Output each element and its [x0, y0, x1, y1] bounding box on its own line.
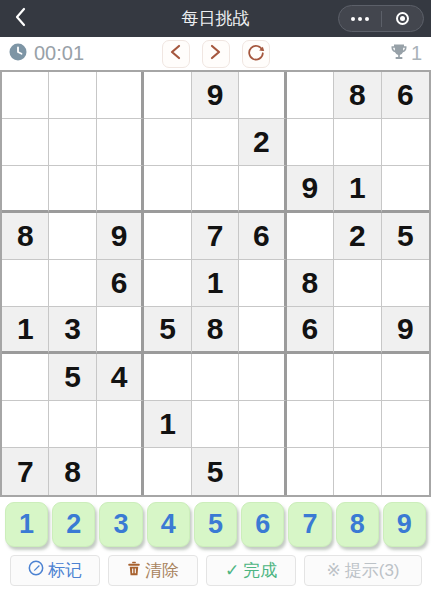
cell-r3c1[interactable] — [2, 166, 49, 213]
cell-r9c1[interactable]: 7 — [2, 448, 49, 495]
timer-value: 00:01 — [34, 42, 84, 65]
cell-r9c5[interactable]: 5 — [192, 448, 239, 495]
cell-r2c7[interactable] — [287, 119, 334, 166]
cell-r1c9[interactable]: 6 — [382, 72, 429, 119]
cell-r1c5[interactable]: 9 — [192, 72, 239, 119]
miniprogram-capsule — [338, 5, 424, 32]
cell-r4c7[interactable] — [287, 213, 334, 260]
cell-r3c3[interactable] — [97, 166, 144, 213]
cell-r8c9[interactable] — [382, 401, 429, 448]
check-icon: ✓ — [225, 560, 239, 581]
cell-r1c1[interactable] — [2, 72, 49, 119]
hint-icon: ※ — [326, 560, 340, 581]
cell-r8c5[interactable] — [192, 401, 239, 448]
title-bar: 每日挑战 — [0, 0, 431, 37]
pencil-icon — [28, 560, 44, 581]
cell-r4c2[interactable] — [49, 213, 96, 260]
cell-r9c8[interactable] — [334, 448, 381, 495]
cell-r4c3[interactable]: 9 — [97, 213, 144, 260]
cell-r1c6[interactable] — [239, 72, 286, 119]
cell-r6c7[interactable]: 6 — [287, 307, 334, 354]
clear-button[interactable]: 清除 — [108, 555, 198, 586]
cell-r1c2[interactable] — [49, 72, 96, 119]
numpad-key-9[interactable]: 9 — [383, 502, 426, 547]
nav-group — [162, 40, 270, 68]
game-toolbar: 00:01 1 — [0, 37, 431, 70]
timer-group: 00:01 — [9, 42, 84, 65]
cell-r5c4[interactable] — [144, 260, 191, 307]
cell-r6c3[interactable] — [97, 307, 144, 354]
cell-r8c2[interactable] — [49, 401, 96, 448]
menu-dots-button[interactable] — [339, 17, 381, 21]
cell-r5c7[interactable]: 8 — [287, 260, 334, 307]
cell-r7c4[interactable] — [144, 354, 191, 401]
numpad-key-7[interactable]: 7 — [288, 502, 331, 547]
record-circle-icon — [396, 12, 409, 25]
cell-r2c8[interactable] — [334, 119, 381, 166]
cell-r2c9[interactable] — [382, 119, 429, 166]
cell-r8c3[interactable] — [97, 401, 144, 448]
cell-r8c1[interactable] — [2, 401, 49, 448]
cell-r4c1[interactable]: 8 — [2, 213, 49, 260]
cell-r7c1[interactable] — [2, 354, 49, 401]
cell-r9c4[interactable] — [144, 448, 191, 495]
trophy-icon — [389, 42, 409, 66]
trophy-count: 1 — [411, 42, 422, 65]
numpad-key-3[interactable]: 3 — [99, 502, 142, 547]
cell-r5c2[interactable] — [49, 260, 96, 307]
cell-r4c8[interactable]: 2 — [334, 213, 381, 260]
cell-r3c4[interactable] — [144, 166, 191, 213]
clear-label: 清除 — [145, 559, 179, 582]
cell-r8c8[interactable] — [334, 401, 381, 448]
cell-r6c6[interactable] — [239, 307, 286, 354]
cell-r9c6[interactable] — [239, 448, 286, 495]
close-home-button[interactable] — [382, 12, 424, 25]
cell-r5c1[interactable] — [2, 260, 49, 307]
cell-r3c8[interactable]: 1 — [334, 166, 381, 213]
mark-button[interactable]: 标记 — [10, 555, 100, 586]
numpad-key-8[interactable]: 8 — [336, 502, 379, 547]
trash-icon — [127, 561, 141, 581]
chevron-right-icon — [210, 44, 221, 64]
cell-r2c5[interactable] — [192, 119, 239, 166]
next-button[interactable] — [202, 40, 230, 68]
cell-r9c9[interactable] — [382, 448, 429, 495]
trophy-group: 1 — [389, 42, 422, 66]
cell-r1c4[interactable] — [144, 72, 191, 119]
cell-r6c2[interactable]: 3 — [49, 307, 96, 354]
dot-icon — [358, 17, 362, 21]
cell-r7c5[interactable] — [192, 354, 239, 401]
cell-r8c7[interactable] — [287, 401, 334, 448]
chevron-left-icon — [170, 44, 181, 64]
cell-r5c6[interactable] — [239, 260, 286, 307]
mark-label: 标记 — [48, 559, 82, 582]
back-button[interactable] — [8, 7, 32, 31]
hint-label: 提示(3) — [345, 559, 400, 582]
cell-r7c3[interactable]: 4 — [97, 354, 144, 401]
cell-r3c5[interactable] — [192, 166, 239, 213]
numpad: 123456789 — [0, 497, 431, 547]
cell-r3c2[interactable] — [49, 166, 96, 213]
restart-button[interactable] — [242, 40, 270, 68]
refresh-icon — [246, 42, 266, 66]
cell-r2c2[interactable] — [49, 119, 96, 166]
cell-r2c6[interactable]: 2 — [239, 119, 286, 166]
cell-r6c8[interactable] — [334, 307, 381, 354]
numpad-key-5[interactable]: 5 — [194, 502, 237, 547]
cell-r1c7[interactable] — [287, 72, 334, 119]
cell-r2c3[interactable] — [97, 119, 144, 166]
cell-r6c4[interactable]: 5 — [144, 307, 191, 354]
cell-r5c9[interactable] — [382, 260, 429, 307]
numpad-key-2[interactable]: 2 — [52, 502, 95, 547]
hint-button[interactable]: ※ 提示(3) — [304, 555, 422, 586]
cell-r5c8[interactable] — [334, 260, 381, 307]
cell-r7c6[interactable] — [239, 354, 286, 401]
done-label: 完成 — [243, 559, 277, 582]
numpad-key-6[interactable]: 6 — [241, 502, 284, 547]
chevron-left-icon — [15, 7, 26, 31]
clock-icon — [9, 43, 27, 65]
numpad-key-1[interactable]: 1 — [5, 502, 48, 547]
cell-r7c2[interactable]: 5 — [49, 354, 96, 401]
cell-r9c3[interactable] — [97, 448, 144, 495]
sudoku-grid: 986291897625618135869541785 — [0, 70, 431, 497]
cell-r4c4[interactable] — [144, 213, 191, 260]
cell-r1c3[interactable] — [97, 72, 144, 119]
cell-r4c5[interactable]: 7 — [192, 213, 239, 260]
cell-r3c9[interactable] — [382, 166, 429, 213]
cell-r6c9[interactable]: 9 — [382, 307, 429, 354]
done-button[interactable]: ✓ 完成 — [206, 555, 296, 586]
cell-r1c8[interactable]: 8 — [334, 72, 381, 119]
cell-r2c4[interactable] — [144, 119, 191, 166]
numpad-key-4[interactable]: 4 — [147, 502, 190, 547]
cell-r8c4[interactable]: 1 — [144, 401, 191, 448]
cell-r8c6[interactable] — [239, 401, 286, 448]
dot-icon — [365, 17, 369, 21]
cell-r4c9[interactable]: 5 — [382, 213, 429, 260]
cell-r5c5[interactable]: 1 — [192, 260, 239, 307]
cell-r9c2[interactable]: 8 — [49, 448, 96, 495]
cell-r4c6[interactable]: 6 — [239, 213, 286, 260]
cell-r9c7[interactable] — [287, 448, 334, 495]
action-bar: 标记 清除 ✓ 完成 ※ 提示(3) — [0, 547, 431, 586]
cell-r6c1[interactable]: 1 — [2, 307, 49, 354]
cell-r7c8[interactable] — [334, 354, 381, 401]
cell-r3c6[interactable] — [239, 166, 286, 213]
cell-r5c3[interactable]: 6 — [97, 260, 144, 307]
cell-r7c7[interactable] — [287, 354, 334, 401]
dot-icon — [351, 17, 355, 21]
cell-r3c7[interactable]: 9 — [287, 166, 334, 213]
prev-button[interactable] — [162, 40, 190, 68]
cell-r7c9[interactable] — [382, 354, 429, 401]
cell-r6c5[interactable]: 8 — [192, 307, 239, 354]
cell-r2c1[interactable] — [2, 119, 49, 166]
